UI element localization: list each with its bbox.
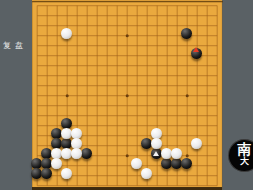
white-stone (61, 168, 72, 179)
app-watermark-logo: 南 大 (228, 139, 253, 172)
go-board[interactable] (32, 0, 223, 190)
white-stone (71, 148, 82, 159)
white-stone (171, 148, 182, 159)
black-stone (191, 48, 202, 59)
white-stone (131, 158, 142, 169)
black-stone (181, 28, 192, 39)
black-stone (181, 158, 192, 169)
white-stone (61, 28, 72, 39)
logo-character-secondary: 大 (228, 157, 253, 166)
review-mode-label: 复盘 (3, 41, 27, 50)
white-stone (51, 158, 62, 169)
board-bottom-edge (32, 187, 223, 190)
black-stone (41, 168, 52, 179)
white-stone (141, 168, 152, 179)
white-stone (191, 138, 202, 149)
black-stone (81, 148, 92, 159)
triangle-marker (153, 151, 159, 156)
logo-character-primary: 南 (228, 141, 253, 157)
app-background: 复盘 南 大 (0, 0, 253, 190)
last-move-marker (193, 47, 199, 52)
white-stone (151, 138, 162, 149)
